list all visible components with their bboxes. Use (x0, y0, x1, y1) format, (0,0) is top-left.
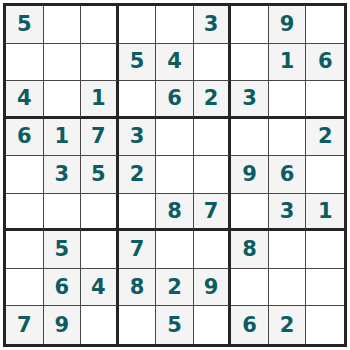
cell-r7c7[interactable]: 8 (231, 231, 269, 269)
cell-r7c3[interactable] (81, 231, 119, 269)
cell-r7c2[interactable]: 5 (44, 231, 82, 269)
cell-r5c5[interactable] (156, 156, 194, 194)
cell-r3c6[interactable]: 2 (194, 81, 232, 119)
cell-r4c6[interactable] (194, 119, 232, 157)
cell-r8c6[interactable]: 9 (194, 269, 232, 307)
cell-r3c2[interactable] (44, 81, 82, 119)
cell-r7c4[interactable]: 7 (119, 231, 157, 269)
cell-r3c9[interactable] (306, 81, 344, 119)
cell-r4c7[interactable] (231, 119, 269, 157)
cell-r3c7[interactable]: 3 (231, 81, 269, 119)
cell-r9c1[interactable]: 7 (6, 306, 44, 344)
cell-r2c2[interactable] (44, 44, 82, 82)
cell-r9c5[interactable]: 5 (156, 306, 194, 344)
cell-r9c2[interactable]: 9 (44, 306, 82, 344)
cell-r4c2[interactable]: 1 (44, 119, 82, 157)
cell-r4c9[interactable]: 2 (306, 119, 344, 157)
cell-r7c9[interactable] (306, 231, 344, 269)
cell-r2c7[interactable] (231, 44, 269, 82)
cell-r4c8[interactable] (269, 119, 307, 157)
cell-r1c5[interactable] (156, 6, 194, 44)
cell-r9c6[interactable] (194, 306, 232, 344)
sudoku-board: 539541641623617323529687315786482979562 (3, 3, 347, 347)
cell-r4c5[interactable] (156, 119, 194, 157)
cell-r3c3[interactable]: 1 (81, 81, 119, 119)
cell-r6c8[interactable]: 3 (269, 194, 307, 232)
cell-r6c3[interactable] (81, 194, 119, 232)
cell-r8c9[interactable] (306, 269, 344, 307)
cell-r1c2[interactable] (44, 6, 82, 44)
cell-r1c9[interactable] (306, 6, 344, 44)
cell-r7c1[interactable] (6, 231, 44, 269)
cell-r8c3[interactable]: 4 (81, 269, 119, 307)
cell-r2c6[interactable] (194, 44, 232, 82)
cell-r5c1[interactable] (6, 156, 44, 194)
cell-r8c4[interactable]: 8 (119, 269, 157, 307)
cell-r2c5[interactable]: 4 (156, 44, 194, 82)
cell-r1c1[interactable]: 5 (6, 6, 44, 44)
cell-r3c1[interactable]: 4 (6, 81, 44, 119)
cell-r6c2[interactable] (44, 194, 82, 232)
cell-r5c3[interactable]: 5 (81, 156, 119, 194)
cell-r8c1[interactable] (6, 269, 44, 307)
cell-r5c7[interactable]: 9 (231, 156, 269, 194)
cell-r6c4[interactable] (119, 194, 157, 232)
cell-r5c2[interactable]: 3 (44, 156, 82, 194)
cell-r7c5[interactable] (156, 231, 194, 269)
cell-r2c3[interactable] (81, 44, 119, 82)
cell-r1c4[interactable] (119, 6, 157, 44)
cell-r8c2[interactable]: 6 (44, 269, 82, 307)
cell-r7c6[interactable] (194, 231, 232, 269)
cell-r3c8[interactable] (269, 81, 307, 119)
cell-r2c9[interactable]: 6 (306, 44, 344, 82)
cell-r3c5[interactable]: 6 (156, 81, 194, 119)
cell-r3c4[interactable] (119, 81, 157, 119)
cell-r1c7[interactable] (231, 6, 269, 44)
cell-r2c8[interactable]: 1 (269, 44, 307, 82)
cell-r6c7[interactable] (231, 194, 269, 232)
cell-r4c1[interactable]: 6 (6, 119, 44, 157)
cell-r1c6[interactable]: 3 (194, 6, 232, 44)
cell-r1c3[interactable] (81, 6, 119, 44)
cell-r2c1[interactable] (6, 44, 44, 82)
cell-r4c4[interactable]: 3 (119, 119, 157, 157)
cell-r8c5[interactable]: 2 (156, 269, 194, 307)
cell-r8c7[interactable] (231, 269, 269, 307)
cell-r6c6[interactable]: 7 (194, 194, 232, 232)
cell-r6c1[interactable] (6, 194, 44, 232)
cell-r9c8[interactable]: 2 (269, 306, 307, 344)
cell-r5c4[interactable]: 2 (119, 156, 157, 194)
cell-r5c8[interactable]: 6 (269, 156, 307, 194)
cell-r9c9[interactable] (306, 306, 344, 344)
cell-r7c8[interactable] (269, 231, 307, 269)
cell-r9c4[interactable] (119, 306, 157, 344)
cell-r5c9[interactable] (306, 156, 344, 194)
cell-r6c9[interactable]: 1 (306, 194, 344, 232)
cell-r5c6[interactable] (194, 156, 232, 194)
cell-r8c8[interactable] (269, 269, 307, 307)
cell-r2c4[interactable]: 5 (119, 44, 157, 82)
cell-r9c7[interactable]: 6 (231, 306, 269, 344)
cell-r9c3[interactable] (81, 306, 119, 344)
cell-r1c8[interactable]: 9 (269, 6, 307, 44)
cell-r4c3[interactable]: 7 (81, 119, 119, 157)
cell-r6c5[interactable]: 8 (156, 194, 194, 232)
